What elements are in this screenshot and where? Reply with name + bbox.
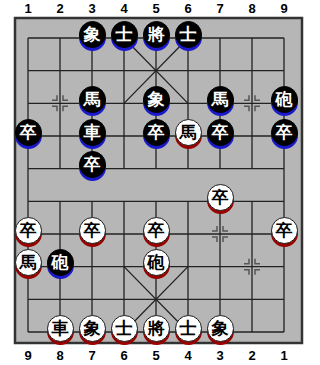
red-elephant[interactable]: 象 [79,315,106,342]
black-horse[interactable]: 馬 [79,86,106,113]
red-soldier[interactable]: 卒 [143,217,170,244]
red-horse[interactable]: 馬 [175,119,202,146]
black-elephant[interactable]: 象 [79,21,106,48]
xiangqi-diagram: 123456789 象士將士馬象馬砲卒車卒馬卒卒卒卒卒卒卒卒馬砲砲車象士將士象 … [0,0,320,365]
black-horse[interactable]: 馬 [207,86,234,113]
red-chariot[interactable]: 車 [47,315,74,342]
red-soldier[interactable]: 卒 [15,217,42,244]
black-general[interactable]: 將 [143,21,170,48]
red-advisor[interactable]: 士 [111,315,138,342]
red-advisor[interactable]: 士 [175,315,202,342]
red-soldier[interactable]: 卒 [79,217,106,244]
file-label: 4 [184,349,191,363]
black-soldier[interactable]: 卒 [207,119,234,146]
black-chariot[interactable]: 車 [79,119,106,146]
red-general[interactable]: 將 [143,315,170,342]
black-cannon[interactable]: 砲 [271,86,298,113]
xiangqi-board-grid [0,0,320,365]
file-label: 8 [56,349,63,363]
black-soldier[interactable]: 卒 [79,151,106,178]
black-soldier[interactable]: 卒 [15,119,42,146]
red-horse[interactable]: 馬 [15,249,42,276]
file-label: 1 [280,349,287,363]
red-cannon[interactable]: 砲 [143,249,170,276]
file-label: 2 [248,349,255,363]
black-advisor[interactable]: 士 [175,21,202,48]
black-advisor[interactable]: 士 [111,21,138,48]
file-label: 9 [24,349,31,363]
black-soldier[interactable]: 卒 [271,119,298,146]
black-cannon[interactable]: 砲 [47,249,74,276]
black-soldier[interactable]: 卒 [143,119,170,146]
file-label: 7 [88,349,95,363]
file-label: 5 [152,349,159,363]
file-label: 6 [120,349,127,363]
red-elephant[interactable]: 象 [207,315,234,342]
file-label: 3 [216,349,223,363]
red-soldier[interactable]: 卒 [271,217,298,244]
black-elephant[interactable]: 象 [143,86,170,113]
red-soldier[interactable]: 卒 [207,184,234,211]
